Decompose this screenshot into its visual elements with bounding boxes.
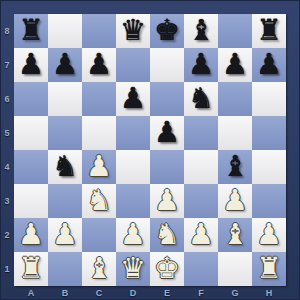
file-labels: ABCDEFGH — [14, 286, 286, 300]
square-g4[interactable]: ♝ — [218, 150, 252, 184]
rank-labels: 87654321 — [0, 14, 14, 286]
square-b7[interactable]: ♟ — [48, 48, 82, 82]
rank-label-5: 5 — [0, 116, 14, 150]
piece-white-rook: ♜ — [14, 252, 48, 286]
square-h7[interactable]: ♟ — [252, 48, 286, 82]
square-e7[interactable] — [150, 48, 184, 82]
rank-label-4: 4 — [0, 150, 14, 184]
square-c4[interactable]: ♟ — [82, 150, 116, 184]
square-f6[interactable]: ♞ — [184, 82, 218, 116]
square-a7[interactable]: ♟ — [14, 48, 48, 82]
square-f7[interactable]: ♟ — [184, 48, 218, 82]
square-e2[interactable]: ♞ — [150, 218, 184, 252]
square-f8[interactable]: ♝ — [184, 14, 218, 48]
square-e3[interactable]: ♟ — [150, 184, 184, 218]
square-f2[interactable]: ♟ — [184, 218, 218, 252]
square-e1[interactable]: ♚ — [150, 252, 184, 286]
rank-label-7: 7 — [0, 48, 14, 82]
piece-white-bishop: ♝ — [82, 252, 116, 286]
piece-white-rook: ♜ — [252, 252, 286, 286]
square-b4[interactable]: ♞ — [48, 150, 82, 184]
square-e4[interactable] — [150, 150, 184, 184]
square-b2[interactable]: ♟ — [48, 218, 82, 252]
file-label-e: E — [150, 286, 184, 300]
piece-black-pawn: ♟ — [252, 48, 286, 82]
piece-black-pawn: ♟ — [48, 48, 82, 82]
piece-black-pawn: ♟ — [116, 82, 150, 116]
square-a1[interactable]: ♜ — [14, 252, 48, 286]
square-e5[interactable]: ♟ — [150, 116, 184, 150]
square-d1[interactable]: ♛ — [116, 252, 150, 286]
piece-black-pawn: ♟ — [150, 116, 184, 150]
square-h4[interactable] — [252, 150, 286, 184]
square-g5[interactable] — [218, 116, 252, 150]
square-c6[interactable] — [82, 82, 116, 116]
piece-white-queen: ♛ — [116, 252, 150, 286]
file-label-a: A — [14, 286, 48, 300]
square-h3[interactable] — [252, 184, 286, 218]
square-c1[interactable]: ♝ — [82, 252, 116, 286]
square-d4[interactable] — [116, 150, 150, 184]
square-h8[interactable]: ♜ — [252, 14, 286, 48]
square-h1[interactable]: ♜ — [252, 252, 286, 286]
piece-black-queen: ♛ — [116, 14, 150, 48]
piece-white-pawn: ♟ — [252, 218, 286, 252]
square-d6[interactable]: ♟ — [116, 82, 150, 116]
square-a8[interactable]: ♜ — [14, 14, 48, 48]
piece-black-king: ♚ — [150, 14, 184, 48]
square-c7[interactable]: ♟ — [82, 48, 116, 82]
rank-label-1: 1 — [0, 252, 14, 286]
rank-label-3: 3 — [0, 184, 14, 218]
square-f1[interactable] — [184, 252, 218, 286]
square-b8[interactable] — [48, 14, 82, 48]
square-a4[interactable] — [14, 150, 48, 184]
rank-label-8: 8 — [0, 14, 14, 48]
square-c5[interactable] — [82, 116, 116, 150]
piece-black-pawn: ♟ — [14, 48, 48, 82]
square-g3[interactable]: ♟ — [218, 184, 252, 218]
chess-board: ♜♛♚♝♜♟♟♟♟♟♟♟♞♟♞♟♝♞♟♟♟♟♟♞♟♝♟♜♝♛♚♜ — [14, 14, 286, 286]
square-d7[interactable] — [116, 48, 150, 82]
square-h2[interactable]: ♟ — [252, 218, 286, 252]
file-label-d: D — [116, 286, 150, 300]
file-label-b: B — [48, 286, 82, 300]
piece-black-pawn: ♟ — [184, 48, 218, 82]
chess-board-frame: 87654321 ♜♛♚♝♜♟♟♟♟♟♟♟♞♟♞♟♝♞♟♟♟♟♟♞♟♝♟♜♝♛♚… — [0, 0, 300, 300]
square-d2[interactable]: ♟ — [116, 218, 150, 252]
square-g7[interactable]: ♟ — [218, 48, 252, 82]
piece-white-bishop: ♝ — [218, 218, 252, 252]
piece-black-knight: ♞ — [48, 150, 82, 184]
square-g8[interactable] — [218, 14, 252, 48]
piece-white-king: ♚ — [150, 252, 184, 286]
square-d5[interactable] — [116, 116, 150, 150]
piece-black-knight: ♞ — [184, 82, 218, 116]
rank-label-2: 2 — [0, 218, 14, 252]
square-g2[interactable]: ♝ — [218, 218, 252, 252]
piece-white-knight: ♞ — [82, 184, 116, 218]
piece-white-pawn: ♟ — [82, 150, 116, 184]
square-h6[interactable] — [252, 82, 286, 116]
square-c3[interactable]: ♞ — [82, 184, 116, 218]
square-g6[interactable] — [218, 82, 252, 116]
piece-white-pawn: ♟ — [150, 184, 184, 218]
square-e8[interactable]: ♚ — [150, 14, 184, 48]
square-c8[interactable] — [82, 14, 116, 48]
piece-white-pawn: ♟ — [116, 218, 150, 252]
piece-black-bishop: ♝ — [184, 14, 218, 48]
square-d3[interactable] — [116, 184, 150, 218]
square-b5[interactable] — [48, 116, 82, 150]
piece-black-bishop: ♝ — [218, 150, 252, 184]
file-label-f: F — [184, 286, 218, 300]
square-f4[interactable] — [184, 150, 218, 184]
piece-white-pawn: ♟ — [14, 218, 48, 252]
piece-white-pawn: ♟ — [218, 184, 252, 218]
square-c2[interactable] — [82, 218, 116, 252]
square-b1[interactable] — [48, 252, 82, 286]
piece-black-pawn: ♟ — [82, 48, 116, 82]
square-a2[interactable]: ♟ — [14, 218, 48, 252]
piece-white-pawn: ♟ — [184, 218, 218, 252]
square-a6[interactable] — [14, 82, 48, 116]
file-label-g: G — [218, 286, 252, 300]
piece-black-pawn: ♟ — [218, 48, 252, 82]
square-f3[interactable] — [184, 184, 218, 218]
square-g1[interactable] — [218, 252, 252, 286]
square-a3[interactable] — [14, 184, 48, 218]
square-e6[interactable] — [150, 82, 184, 116]
square-a5[interactable] — [14, 116, 48, 150]
square-f5[interactable] — [184, 116, 218, 150]
square-b3[interactable] — [48, 184, 82, 218]
square-d8[interactable]: ♛ — [116, 14, 150, 48]
square-h5[interactable] — [252, 116, 286, 150]
file-label-h: H — [252, 286, 286, 300]
file-label-c: C — [82, 286, 116, 300]
piece-white-pawn: ♟ — [48, 218, 82, 252]
square-b6[interactable] — [48, 82, 82, 116]
piece-black-rook: ♜ — [252, 14, 286, 48]
piece-black-rook: ♜ — [14, 14, 48, 48]
piece-white-knight: ♞ — [150, 218, 184, 252]
rank-label-6: 6 — [0, 82, 14, 116]
